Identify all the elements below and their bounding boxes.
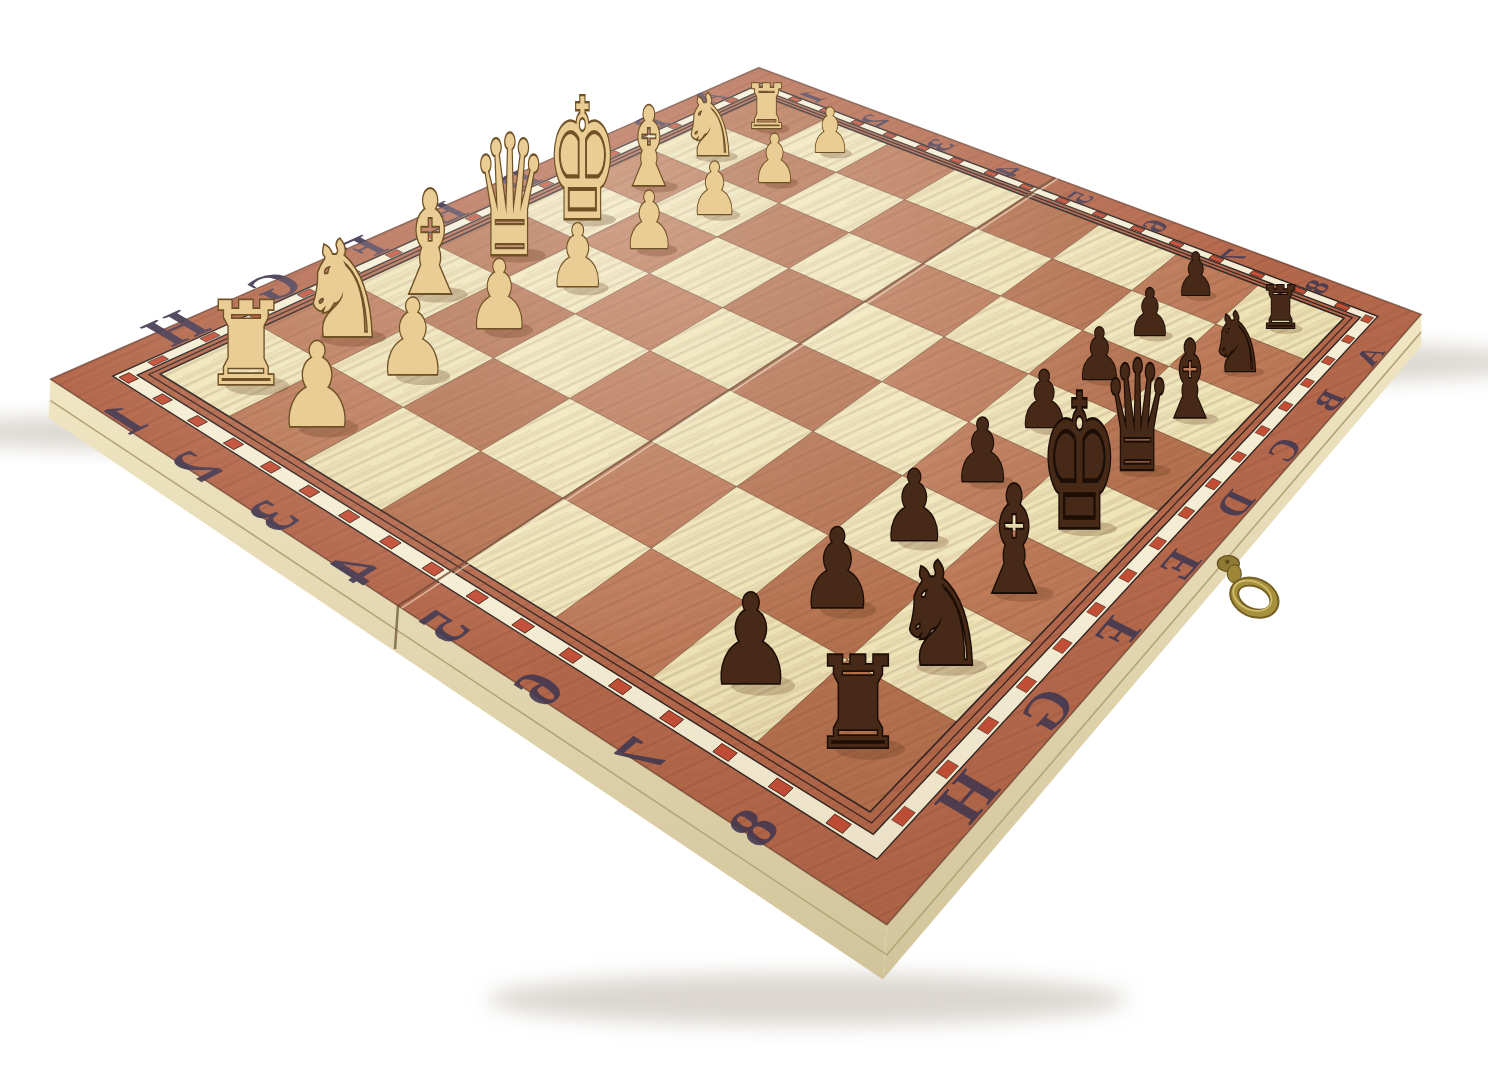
vignette-overlay <box>0 0 1488 1084</box>
chess-set-product-photo: AABBCCDDEEFFGGHH1122334455667788♜♟♞♟♝♟♚♟… <box>0 0 1488 1084</box>
piece-white-pawn-h2: ♟ <box>276 318 358 454</box>
piece-black-rook-h8: ♜ <box>811 630 905 776</box>
piece-white-pawn-d2: ♟ <box>622 175 677 267</box>
piece-white-pawn-c2: ♟ <box>689 147 740 230</box>
piece-black-pawn-g7: ♟ <box>799 506 876 633</box>
brass-clasp-icon <box>1217 556 1279 620</box>
piece-black-knight-g8: ♞ <box>893 534 989 698</box>
piece-white-pawn-a2: ♟ <box>808 96 851 167</box>
piece-white-pawn-g2: ♟ <box>376 277 450 398</box>
folding-chess-board: AABBCCDDEEFFGGHH1122334455667788♜♟♞♟♝♟♚♟… <box>0 0 1488 1084</box>
piece-white-pawn-f2: ♟ <box>466 240 533 350</box>
board-face: AABBCCDDEEFFGGHH1122334455667788 <box>0 0 1488 1084</box>
piece-white-pawn-e2: ♟ <box>547 206 607 306</box>
piece-white-pawn-b2: ♟ <box>751 120 798 197</box>
piece-black-pawn-h7: ♟ <box>708 568 795 712</box>
